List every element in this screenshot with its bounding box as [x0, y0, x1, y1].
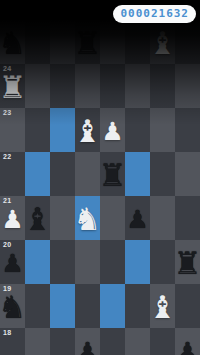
square-r24-f6[interactable] — [150, 64, 175, 108]
square-r19-f7[interactable] — [175, 284, 200, 328]
square-r18-f1[interactable] — [25, 328, 50, 355]
square-r22-f2[interactable] — [50, 152, 75, 196]
square-r19-f1[interactable] — [25, 284, 50, 328]
rank-label-20: 20 — [3, 241, 11, 248]
square-r22-f0[interactable]: 22 — [0, 152, 25, 196]
square-r21-f6[interactable] — [150, 196, 175, 240]
square-r18-f3[interactable]: ♟ — [75, 328, 100, 355]
square-r20-f2[interactable] — [50, 240, 75, 284]
square-r23-f1[interactable] — [25, 108, 50, 152]
square-r22-f4[interactable]: ♜ — [100, 152, 125, 196]
black-rook-piece[interactable]: ♜ — [174, 248, 200, 279]
square-r25-f1[interactable] — [25, 20, 50, 64]
square-r23-f6[interactable] — [150, 108, 175, 152]
black-rook-piece[interactable]: ♜ — [99, 160, 127, 191]
white-rook-piece[interactable]: ♜ — [0, 72, 26, 103]
black-pawn-piece[interactable]: ♟ — [126, 207, 148, 232]
square-r24-f2[interactable] — [50, 64, 75, 108]
square-r25-f4[interactable] — [100, 20, 125, 64]
black-pawn-piece[interactable]: ♟ — [76, 339, 98, 355]
square-r25-f6[interactable]: ♝ — [150, 20, 175, 64]
square-r21-f4[interactable] — [100, 196, 125, 240]
square-r23-f3[interactable]: ♝ — [75, 108, 100, 152]
square-r18-f0[interactable]: 18 — [0, 328, 25, 355]
square-r18-f7[interactable]: ♟ — [175, 328, 200, 355]
square-r22-f1[interactable] — [25, 152, 50, 196]
square-r25-f3[interactable]: ♜ — [75, 20, 100, 64]
square-r25-f0[interactable]: ♞ — [0, 20, 25, 64]
square-r20-f4[interactable] — [100, 240, 125, 284]
square-r19-f5[interactable] — [125, 284, 150, 328]
white-pawn-piece[interactable]: ♟ — [1, 207, 23, 232]
rank-label-22: 22 — [3, 153, 11, 160]
square-r20-f5[interactable] — [125, 240, 150, 284]
square-r24-f4[interactable] — [100, 64, 125, 108]
square-r23-f5[interactable] — [125, 108, 150, 152]
white-bishop-piece[interactable]: ♝ — [149, 28, 177, 59]
square-r18-f5[interactable] — [125, 328, 150, 355]
chess-board: ♞♜♝24♜23♝♟22♜21♟♝♞♟20♟♜19♞♝18♟♟ — [0, 20, 200, 355]
square-r21-f1[interactable]: ♝ — [25, 196, 50, 240]
white-bishop-piece[interactable]: ♝ — [74, 116, 102, 147]
square-r25-f7[interactable] — [175, 20, 200, 64]
score-value: 000021632 — [120, 7, 189, 20]
square-r25-f5[interactable] — [125, 20, 150, 64]
black-pawn-piece[interactable]: ♟ — [1, 251, 23, 276]
white-pawn-piece[interactable]: ♟ — [101, 119, 123, 144]
square-r19-f4[interactable] — [100, 284, 125, 328]
square-r20-f6[interactable] — [150, 240, 175, 284]
square-r19-f0[interactable]: 19♞ — [0, 284, 25, 328]
square-r24-f0[interactable]: 24♜ — [0, 64, 25, 108]
square-r19-f3[interactable] — [75, 284, 100, 328]
rank-label-21: 21 — [3, 197, 11, 204]
square-r20-f0[interactable]: 20♟ — [0, 240, 25, 284]
square-r24-f7[interactable] — [175, 64, 200, 108]
square-r23-f2[interactable] — [50, 108, 75, 152]
black-knight-piece[interactable]: ♞ — [0, 28, 26, 59]
black-knight-piece[interactable]: ♞ — [0, 292, 26, 323]
black-bishop-piece[interactable]: ♝ — [24, 204, 52, 235]
square-r23-f7[interactable] — [175, 108, 200, 152]
square-r20-f7[interactable]: ♜ — [175, 240, 200, 284]
square-r21-f3[interactable]: ♞ — [75, 196, 100, 240]
square-r24-f5[interactable] — [125, 64, 150, 108]
square-r22-f5[interactable] — [125, 152, 150, 196]
square-r22-f3[interactable] — [75, 152, 100, 196]
square-r18-f2[interactable] — [50, 328, 75, 355]
white-bishop-piece[interactable]: ♝ — [149, 292, 177, 323]
square-r23-f4[interactable]: ♟ — [100, 108, 125, 152]
square-r19-f2[interactable] — [50, 284, 75, 328]
rank-label-18: 18 — [3, 329, 11, 336]
square-r21-f0[interactable]: 21♟ — [0, 196, 25, 240]
score-badge: 000021632 — [113, 5, 196, 23]
square-r21-f7[interactable] — [175, 196, 200, 240]
square-r18-f6[interactable] — [150, 328, 175, 355]
square-r25-f2[interactable] — [50, 20, 75, 64]
square-r18-f4[interactable] — [100, 328, 125, 355]
square-r20-f1[interactable] — [25, 240, 50, 284]
square-r22-f7[interactable] — [175, 152, 200, 196]
square-r21-f5[interactable]: ♟ — [125, 196, 150, 240]
rank-label-23: 23 — [3, 109, 11, 116]
square-r24-f1[interactable] — [25, 64, 50, 108]
black-rook-piece[interactable]: ♜ — [74, 28, 102, 59]
square-r21-f2[interactable] — [50, 196, 75, 240]
black-pawn-piece[interactable]: ♟ — [176, 339, 198, 355]
square-r20-f3[interactable] — [75, 240, 100, 284]
square-r19-f6[interactable]: ♝ — [150, 284, 175, 328]
square-r22-f6[interactable] — [150, 152, 175, 196]
white-knight-piece[interactable]: ♞ — [74, 204, 102, 235]
square-r24-f3[interactable] — [75, 64, 100, 108]
square-r23-f0[interactable]: 23 — [0, 108, 25, 152]
